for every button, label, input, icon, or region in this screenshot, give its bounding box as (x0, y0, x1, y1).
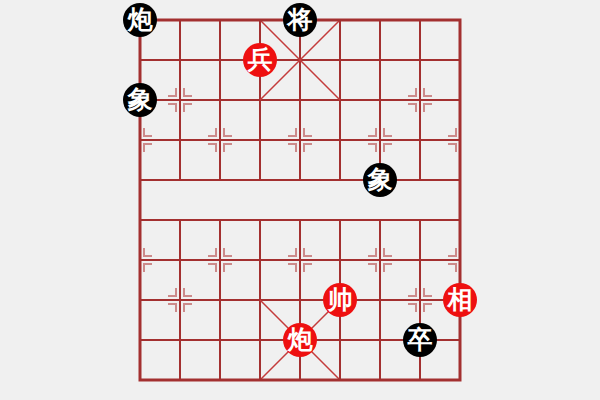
red-general[interactable]: 帅 (323, 283, 357, 317)
piece-glyph: 兵 (248, 43, 273, 77)
black-elephant[interactable]: 象 (123, 83, 157, 117)
red-soldier[interactable]: 兵 (243, 43, 277, 77)
piece-glyph: 相 (448, 283, 473, 317)
black-soldier[interactable]: 卒 (403, 323, 437, 357)
piece-glyph: 象 (368, 163, 393, 197)
piece-glyph: 帅 (328, 283, 353, 317)
piece-glyph: 炮 (128, 3, 153, 37)
black-elephant[interactable]: 象 (363, 163, 397, 197)
xiangqi-board: 炮将兵象象帅相炮卒 (120, 0, 480, 400)
piece-glyph: 炮 (288, 323, 313, 357)
piece-glyph: 象 (128, 83, 153, 117)
red-elephant[interactable]: 相 (443, 283, 477, 317)
pieces-layer: 炮将兵象象帅相炮卒 (120, 0, 480, 400)
red-cannon[interactable]: 炮 (283, 323, 317, 357)
xiangqi-diagram: 炮将兵象象帅相炮卒 (0, 0, 600, 400)
black-cannon[interactable]: 炮 (123, 3, 157, 37)
piece-glyph: 将 (288, 3, 313, 37)
piece-glyph: 卒 (408, 323, 433, 357)
black-general[interactable]: 将 (283, 3, 317, 37)
